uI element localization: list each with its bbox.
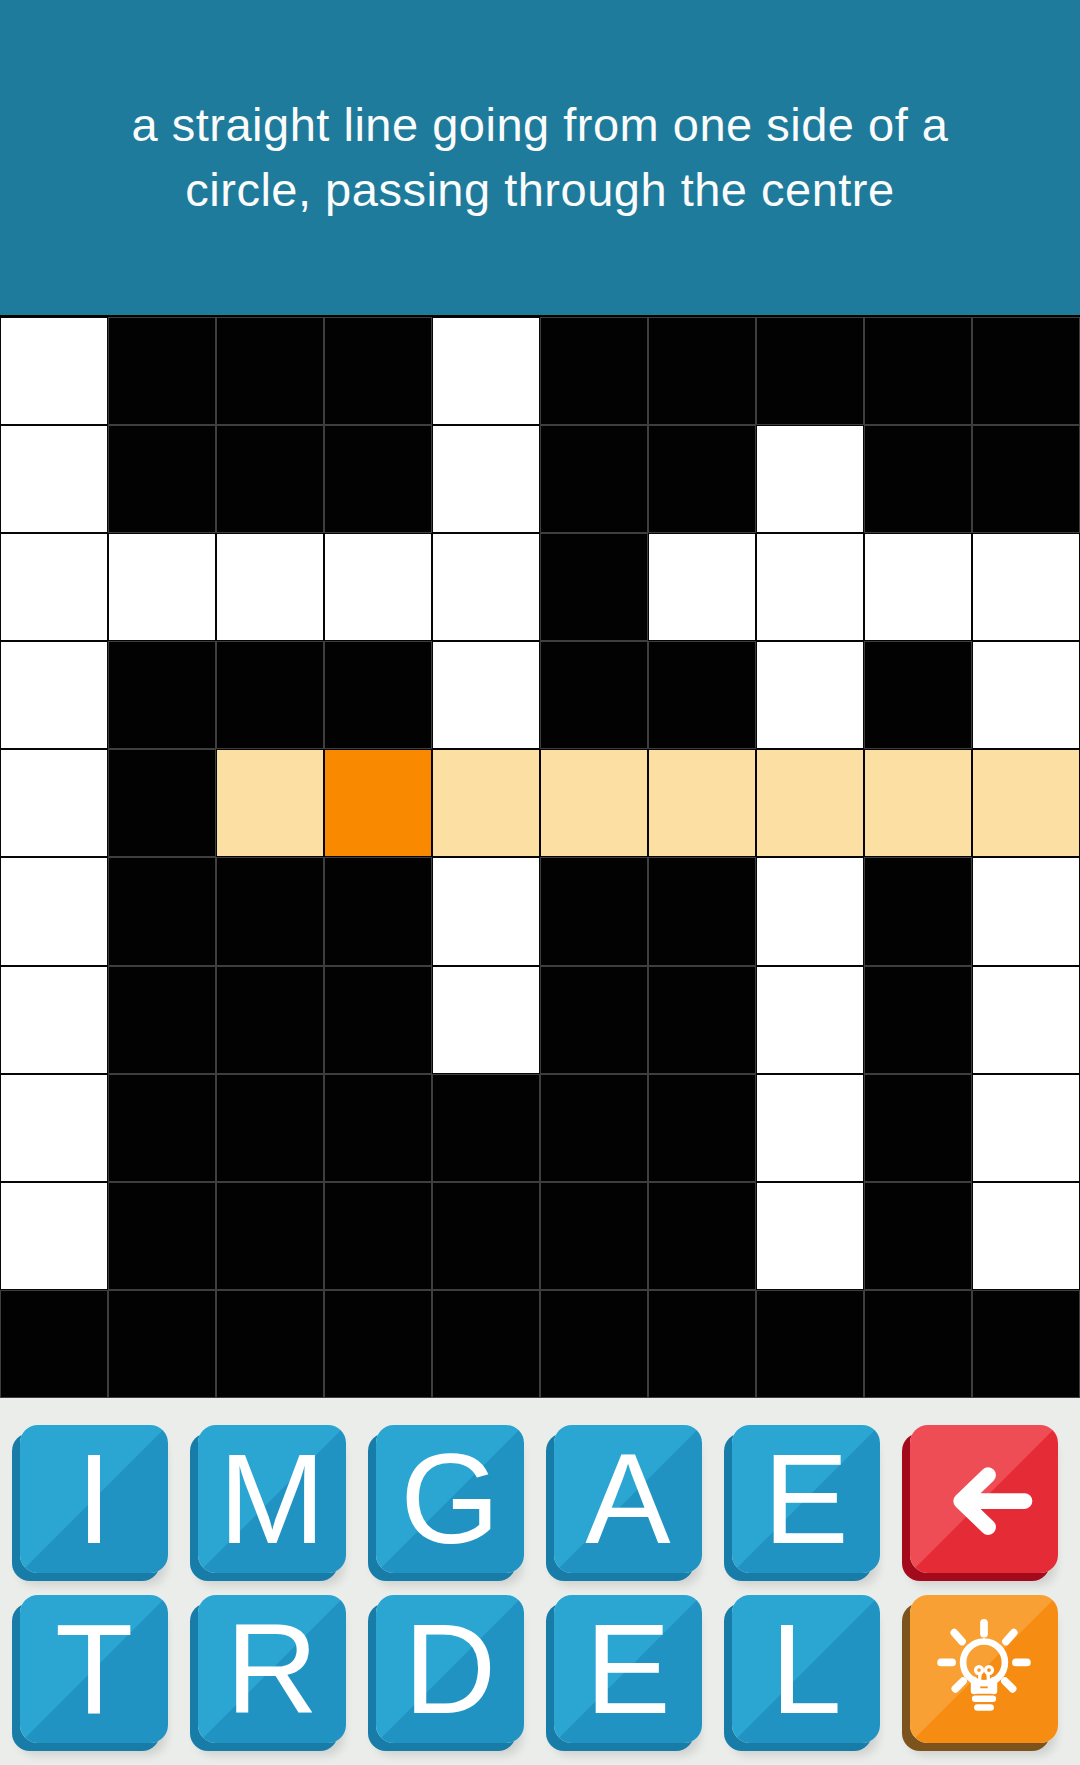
grid-cell-r4c9 xyxy=(864,641,972,749)
grid-cell-r8c3 xyxy=(216,1074,324,1182)
letter-tile-row1-2-M[interactable]: M xyxy=(198,1425,346,1573)
grid-cell-r3c7[interactable] xyxy=(648,533,756,641)
grid-cell-r7c3 xyxy=(216,966,324,1074)
grid-cell-r1c8 xyxy=(756,317,864,425)
grid-cell-r7c6 xyxy=(540,966,648,1074)
grid-cell-r8c1[interactable] xyxy=(0,1074,108,1182)
grid-cell-r5c7[interactable] xyxy=(648,749,756,857)
letter-tile-row2-4-E[interactable]: E xyxy=(554,1595,702,1743)
crossword-board xyxy=(0,315,1080,1398)
grid-cell-r8c8[interactable] xyxy=(756,1074,864,1182)
grid-cell-r5c4[interactable] xyxy=(324,749,432,857)
grid-cell-r5c8[interactable] xyxy=(756,749,864,857)
grid-cell-r9c5 xyxy=(432,1182,540,1290)
grid-cell-r4c5[interactable] xyxy=(432,641,540,749)
grid-cell-r7c10[interactable] xyxy=(972,966,1080,1074)
grid-cell-r10c7 xyxy=(648,1290,756,1398)
grid-cell-r5c1[interactable] xyxy=(0,749,108,857)
grid-cell-r9c7 xyxy=(648,1182,756,1290)
grid-cell-r4c2 xyxy=(108,641,216,749)
grid-cell-r1c1[interactable] xyxy=(0,317,108,425)
grid-cell-r2c1[interactable] xyxy=(0,425,108,533)
grid-cell-r10c5 xyxy=(432,1290,540,1398)
grid-cell-r10c4 xyxy=(324,1290,432,1398)
grid-cell-r7c9 xyxy=(864,966,972,1074)
grid-cell-r3c5[interactable] xyxy=(432,533,540,641)
letter-tile-row2-5-L[interactable]: L xyxy=(732,1595,880,1743)
grid-cell-r1c3 xyxy=(216,317,324,425)
grid-cell-r4c3 xyxy=(216,641,324,749)
grid-cell-r8c9 xyxy=(864,1074,972,1182)
grid-cell-r6c5[interactable] xyxy=(432,857,540,965)
grid-cell-r6c3 xyxy=(216,857,324,965)
letter-tile-row1-3-G[interactable]: G xyxy=(376,1425,524,1573)
grid-cell-r2c8[interactable] xyxy=(756,425,864,533)
hint-button[interactable] xyxy=(910,1595,1058,1743)
grid-cell-r6c10[interactable] xyxy=(972,857,1080,965)
grid-cell-r8c5 xyxy=(432,1074,540,1182)
grid-cell-r5c9[interactable] xyxy=(864,749,972,857)
grid-cell-r2c3 xyxy=(216,425,324,533)
grid-cell-r1c9 xyxy=(864,317,972,425)
letter-tile-row2-3-D[interactable]: D xyxy=(376,1595,524,1743)
grid-cell-r3c8[interactable] xyxy=(756,533,864,641)
letter-tile-row1-4-A[interactable]: A xyxy=(554,1425,702,1573)
grid-cell-r2c10 xyxy=(972,425,1080,533)
grid-cell-r6c8[interactable] xyxy=(756,857,864,965)
grid-cell-r9c6 xyxy=(540,1182,648,1290)
grid-cell-r6c1[interactable] xyxy=(0,857,108,965)
left-arrow-icon xyxy=(932,1447,1036,1551)
grid-cell-r8c6 xyxy=(540,1074,648,1182)
grid-cell-r5c3[interactable] xyxy=(216,749,324,857)
grid-cell-r6c6 xyxy=(540,857,648,965)
grid-cell-r9c4 xyxy=(324,1182,432,1290)
grid-cell-r5c6[interactable] xyxy=(540,749,648,857)
keyboard-row-1: IMGAE xyxy=(20,1425,1058,1573)
grid-cell-r10c9 xyxy=(864,1290,972,1398)
grid-cell-r2c5[interactable] xyxy=(432,425,540,533)
backspace-button[interactable] xyxy=(910,1425,1058,1573)
grid-cell-r1c6 xyxy=(540,317,648,425)
grid-cell-r2c7 xyxy=(648,425,756,533)
grid-cell-r1c10 xyxy=(972,317,1080,425)
grid-cell-r4c8[interactable] xyxy=(756,641,864,749)
grid-cell-r7c1[interactable] xyxy=(0,966,108,1074)
lightbulb-icon xyxy=(929,1614,1039,1724)
grid-cell-r10c8 xyxy=(756,1290,864,1398)
puzzle-screen: a straight line going from one side of a… xyxy=(0,0,1080,1765)
grid-cell-r9c10[interactable] xyxy=(972,1182,1080,1290)
grid-cell-r9c1[interactable] xyxy=(0,1182,108,1290)
grid-cell-r10c2 xyxy=(108,1290,216,1398)
grid-cell-r7c2 xyxy=(108,966,216,1074)
grid-cell-r8c2 xyxy=(108,1074,216,1182)
grid-cell-r7c4 xyxy=(324,966,432,1074)
grid-cell-r6c9 xyxy=(864,857,972,965)
grid-cell-r4c6 xyxy=(540,641,648,749)
clue-text-line2: circle, passing through the centre xyxy=(185,158,894,223)
grid-cell-r7c5[interactable] xyxy=(432,966,540,1074)
grid-cell-r4c4 xyxy=(324,641,432,749)
letter-tile-row1-1-I[interactable]: I xyxy=(20,1425,168,1573)
grid-cell-r9c9 xyxy=(864,1182,972,1290)
grid-cell-r10c1 xyxy=(0,1290,108,1398)
grid-cell-r9c3 xyxy=(216,1182,324,1290)
grid-cell-r8c4 xyxy=(324,1074,432,1182)
grid-cell-r1c7 xyxy=(648,317,756,425)
keyboard-row-2: TRDEL xyxy=(20,1595,1058,1743)
grid-cell-r3c10[interactable] xyxy=(972,533,1080,641)
grid-cell-r9c2 xyxy=(108,1182,216,1290)
grid-cell-r2c6 xyxy=(540,425,648,533)
grid-cell-r9c8[interactable] xyxy=(756,1182,864,1290)
grid-cell-r10c6 xyxy=(540,1290,648,1398)
grid-cell-r6c7 xyxy=(648,857,756,965)
grid-cell-r3c4[interactable] xyxy=(324,533,432,641)
grid-cell-r7c8[interactable] xyxy=(756,966,864,1074)
grid-cell-r10c10 xyxy=(972,1290,1080,1398)
grid-cell-r2c9 xyxy=(864,425,972,533)
grid-cell-r4c1[interactable] xyxy=(0,641,108,749)
letter-tile-row2-1-T[interactable]: T xyxy=(20,1595,168,1743)
clue-banner: a straight line going from one side of a… xyxy=(0,0,1080,315)
grid-cell-r3c1[interactable] xyxy=(0,533,108,641)
grid-cell-r2c2 xyxy=(108,425,216,533)
grid-cell-r4c10[interactable] xyxy=(972,641,1080,749)
grid-cell-r10c3 xyxy=(216,1290,324,1398)
grid-cell-r2c4 xyxy=(324,425,432,533)
grid-cell-r5c10[interactable] xyxy=(972,749,1080,857)
grid-cell-r6c4 xyxy=(324,857,432,965)
grid-cell-r8c10[interactable] xyxy=(972,1074,1080,1182)
grid-cell-r6c2 xyxy=(108,857,216,965)
grid-cell-r3c6 xyxy=(540,533,648,641)
grid-cell-r1c5[interactable] xyxy=(432,317,540,425)
grid-cell-r1c4 xyxy=(324,317,432,425)
grid-cell-r8c7 xyxy=(648,1074,756,1182)
grid-cell-r3c9[interactable] xyxy=(864,533,972,641)
grid-cell-r1c2 xyxy=(108,317,216,425)
letter-tile-row2-2-R[interactable]: R xyxy=(198,1595,346,1743)
grid-cell-r4c7 xyxy=(648,641,756,749)
letter-tile-row1-5-E[interactable]: E xyxy=(732,1425,880,1573)
grid-cell-r3c2[interactable] xyxy=(108,533,216,641)
grid-cell-r5c5[interactable] xyxy=(432,749,540,857)
grid-cell-r5c2 xyxy=(108,749,216,857)
clue-text-line1: a straight line going from one side of a xyxy=(132,93,949,158)
grid-cell-r7c7 xyxy=(648,966,756,1074)
grid-cell-r3c3[interactable] xyxy=(216,533,324,641)
